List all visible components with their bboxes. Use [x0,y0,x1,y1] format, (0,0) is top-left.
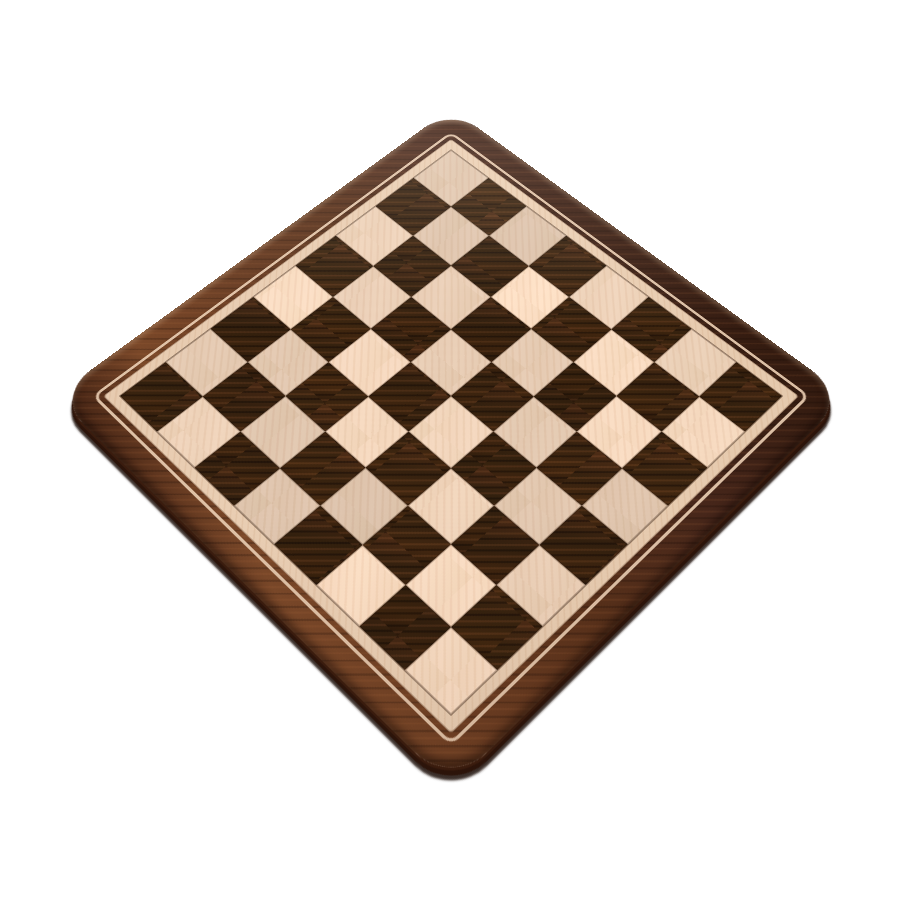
board-scene [0,0,900,900]
page-background [0,0,900,900]
chess-board [55,108,847,788]
playing-field [120,150,782,714]
